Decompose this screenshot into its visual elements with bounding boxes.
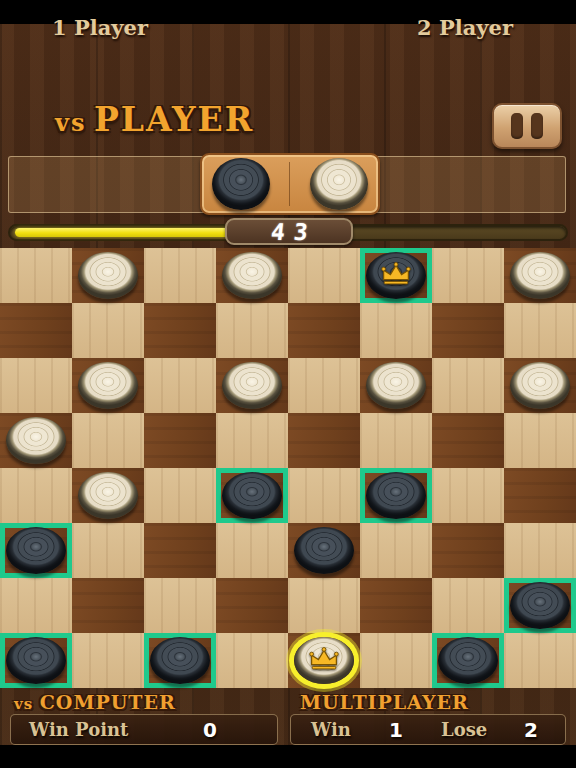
square-6-3[interactable]: [216, 578, 288, 633]
square-4-0[interactable]: [0, 468, 72, 523]
checker-color-box: [200, 153, 380, 215]
player1-label: 1 Player: [5, 15, 195, 40]
square-1-4[interactable]: [288, 303, 360, 358]
square-2-2[interactable]: [144, 358, 216, 413]
square-4-7[interactable]: [504, 468, 576, 523]
square-6-1[interactable]: [72, 578, 144, 633]
white-man-piece[interactable]: [222, 362, 282, 409]
square-7-6[interactable]: [432, 633, 504, 688]
white-man-piece[interactable]: [78, 252, 138, 299]
dark-man-piece[interactable]: [222, 472, 282, 519]
square-2-6[interactable]: [432, 358, 504, 413]
square-6-0[interactable]: [0, 578, 72, 633]
square-6-6[interactable]: [432, 578, 504, 633]
title-main: PLAYER: [94, 100, 254, 139]
lose-label: Lose: [441, 719, 487, 740]
square-6-7[interactable]: [504, 578, 576, 633]
square-3-6[interactable]: [432, 413, 504, 468]
move-counter: 43: [225, 218, 353, 245]
square-3-2[interactable]: [144, 413, 216, 468]
square-0-3[interactable]: [216, 248, 288, 303]
square-0-0[interactable]: [0, 248, 72, 303]
square-4-3[interactable]: [216, 468, 288, 523]
square-5-5[interactable]: [360, 523, 432, 578]
square-5-4[interactable]: [288, 523, 360, 578]
crown-icon: [307, 646, 341, 672]
square-7-4[interactable]: [288, 633, 360, 688]
square-3-7[interactable]: [504, 413, 576, 468]
square-3-3[interactable]: [216, 413, 288, 468]
white-man-piece[interactable]: [510, 362, 570, 409]
square-2-3[interactable]: [216, 358, 288, 413]
dark-man-piece[interactable]: [294, 527, 354, 574]
square-6-2[interactable]: [144, 578, 216, 633]
multiplayer-title: MULTIPLAYER: [300, 691, 469, 713]
win-point-label: Win Point: [29, 719, 128, 740]
vs-computer-title: COMPUTER: [40, 691, 176, 713]
player1-checker-icon: [212, 158, 270, 210]
square-0-2[interactable]: [144, 248, 216, 303]
divider: [289, 162, 290, 206]
square-4-2[interactable]: [144, 468, 216, 523]
vs-computer-prefix: vs: [14, 695, 33, 713]
square-2-0[interactable]: [0, 358, 72, 413]
square-2-4[interactable]: [288, 358, 360, 413]
game-screen: vs PLAYER 1 Player 2 Player 43 vs COMPUT…: [0, 0, 576, 768]
pause-icon: [531, 113, 543, 139]
square-1-1[interactable]: [72, 303, 144, 358]
white-man-piece[interactable]: [78, 362, 138, 409]
square-1-7[interactable]: [504, 303, 576, 358]
square-1-6[interactable]: [432, 303, 504, 358]
title-prefix: vs: [55, 108, 86, 137]
square-0-6[interactable]: [432, 248, 504, 303]
dark-king-piece[interactable]: [366, 252, 426, 299]
white-man-piece[interactable]: [78, 472, 138, 519]
win-point-value: 0: [203, 718, 217, 742]
dark-man-piece[interactable]: [366, 472, 426, 519]
vs-computer-header: vs COMPUTER: [14, 691, 176, 713]
square-5-3[interactable]: [216, 523, 288, 578]
square-3-4[interactable]: [288, 413, 360, 468]
square-7-3[interactable]: [216, 633, 288, 688]
square-2-5[interactable]: [360, 358, 432, 413]
square-0-7[interactable]: [504, 248, 576, 303]
pause-button[interactable]: [492, 103, 562, 149]
square-5-0[interactable]: [0, 523, 72, 578]
square-7-5[interactable]: [360, 633, 432, 688]
square-5-6[interactable]: [432, 523, 504, 578]
dark-man-piece[interactable]: [438, 637, 498, 684]
square-4-5[interactable]: [360, 468, 432, 523]
square-1-3[interactable]: [216, 303, 288, 358]
square-1-5[interactable]: [360, 303, 432, 358]
square-7-7[interactable]: [504, 633, 576, 688]
dark-man-piece[interactable]: [510, 582, 570, 629]
counter-value: 43: [269, 219, 317, 245]
square-4-1[interactable]: [72, 468, 144, 523]
square-7-1[interactable]: [72, 633, 144, 688]
square-0-1[interactable]: [72, 248, 144, 303]
win-lose-box: Win 1 Lose 2: [290, 714, 566, 745]
square-0-5[interactable]: [360, 248, 432, 303]
square-5-7[interactable]: [504, 523, 576, 578]
dark-man-piece[interactable]: [150, 637, 210, 684]
square-5-2[interactable]: [144, 523, 216, 578]
dark-man-piece[interactable]: [6, 527, 66, 574]
square-4-4[interactable]: [288, 468, 360, 523]
square-2-7[interactable]: [504, 358, 576, 413]
win-value: 1: [389, 718, 403, 742]
square-1-0[interactable]: [0, 303, 72, 358]
square-3-0[interactable]: [0, 413, 72, 468]
lose-value: 2: [524, 718, 538, 742]
bottom-black-bar: [0, 745, 576, 768]
white-man-piece[interactable]: [6, 417, 66, 464]
multiplayer-header: MULTIPLAYER: [300, 691, 469, 713]
square-7-0[interactable]: [0, 633, 72, 688]
white-king-piece[interactable]: [294, 637, 354, 684]
square-7-2[interactable]: [144, 633, 216, 688]
player2-checker-icon: [310, 158, 368, 210]
white-man-piece[interactable]: [510, 252, 570, 299]
crown-icon: [379, 261, 413, 287]
square-3-5[interactable]: [360, 413, 432, 468]
progress-fill: [15, 228, 252, 237]
player2-label: 2 Player: [370, 15, 560, 40]
square-0-4[interactable]: [288, 248, 360, 303]
square-6-5[interactable]: [360, 578, 432, 633]
pause-icon: [511, 113, 523, 139]
square-3-1[interactable]: [72, 413, 144, 468]
square-1-2[interactable]: [144, 303, 216, 358]
win-label: Win: [311, 719, 351, 740]
page-title: vs PLAYER: [55, 100, 254, 139]
square-5-1[interactable]: [72, 523, 144, 578]
win-point-box: Win Point 0: [10, 714, 278, 745]
dark-man-piece[interactable]: [6, 637, 66, 684]
white-man-piece[interactable]: [222, 252, 282, 299]
white-man-piece[interactable]: [366, 362, 426, 409]
square-2-1[interactable]: [72, 358, 144, 413]
square-4-6[interactable]: [432, 468, 504, 523]
board: [0, 248, 576, 688]
square-6-4[interactable]: [288, 578, 360, 633]
